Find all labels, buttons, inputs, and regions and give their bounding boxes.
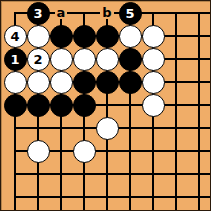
point-r1c8	[165, 2, 188, 25]
point-r4c2	[27, 71, 50, 94]
point-r4c3	[50, 71, 73, 94]
point-r2c2	[27, 25, 50, 48]
black-stone	[119, 48, 142, 71]
point-r8c4	[73, 163, 96, 186]
point-r3c9	[188, 48, 211, 71]
black-stone-move-1: 1	[4, 48, 27, 71]
point-r5c1	[4, 94, 27, 117]
point-r2c5	[96, 25, 119, 48]
black-stone	[73, 94, 96, 117]
point-r1c1	[4, 2, 27, 25]
point-r4c9	[188, 71, 211, 94]
point-r2c4	[73, 25, 96, 48]
point-r2c3	[50, 25, 73, 48]
black-stone	[50, 25, 73, 48]
white-stone	[96, 48, 119, 71]
black-stone	[96, 25, 119, 48]
point-r5c5	[96, 94, 119, 117]
point-r3c2: 2	[27, 48, 50, 71]
point-r9c6	[119, 186, 142, 209]
point-r2c8	[165, 25, 188, 48]
point-label-a: a	[55, 7, 68, 19]
point-r3c3	[50, 48, 73, 71]
point-r7c4	[73, 140, 96, 163]
point-r4c6	[119, 71, 142, 94]
white-stone	[50, 71, 73, 94]
point-r5c8	[165, 94, 188, 117]
point-r7c6	[119, 140, 142, 163]
point-r6c3	[50, 117, 73, 140]
point-r8c7	[142, 163, 165, 186]
point-r2c6	[119, 25, 142, 48]
white-stone	[27, 25, 50, 48]
white-stone	[27, 71, 50, 94]
white-stone-move-4: 4	[4, 25, 27, 48]
point-label-b: b	[100, 7, 113, 19]
point-r1c2: 3	[27, 2, 50, 25]
point-r4c5	[96, 71, 119, 94]
point-r8c9	[188, 163, 211, 186]
black-stone	[27, 94, 50, 117]
point-r7c7	[142, 140, 165, 163]
white-stone	[27, 140, 50, 163]
point-r3c8	[165, 48, 188, 71]
point-r8c1	[4, 163, 27, 186]
black-stone	[119, 71, 142, 94]
point-r6c7	[142, 117, 165, 140]
point-r2c7	[142, 25, 165, 48]
white-stone	[73, 48, 96, 71]
point-r6c8	[165, 117, 188, 140]
point-r5c9	[188, 94, 211, 117]
point-r3c7	[142, 48, 165, 71]
point-r8c8	[165, 163, 188, 186]
point-r9c1	[4, 186, 27, 209]
point-r9c5	[96, 186, 119, 209]
point-r1c7	[142, 2, 165, 25]
point-r1c3: a	[50, 2, 73, 25]
point-r9c2	[27, 186, 50, 209]
white-stone	[96, 117, 119, 140]
point-r6c6	[119, 117, 142, 140]
point-r5c6	[119, 94, 142, 117]
white-stone	[142, 71, 165, 94]
white-stone	[119, 25, 142, 48]
point-r8c2	[27, 163, 50, 186]
point-r4c1	[4, 71, 27, 94]
white-stone	[142, 94, 165, 117]
point-r6c4	[73, 117, 96, 140]
point-r4c8	[165, 71, 188, 94]
point-r7c1	[4, 140, 27, 163]
point-r6c1	[4, 117, 27, 140]
point-r5c4	[73, 94, 96, 117]
point-r3c6	[119, 48, 142, 71]
point-r5c2	[27, 94, 50, 117]
point-r1c6: 5	[119, 2, 142, 25]
point-r7c2	[27, 140, 50, 163]
white-stone-move-2: 2	[27, 48, 50, 71]
point-r4c7	[142, 71, 165, 94]
point-r9c8	[165, 186, 188, 209]
point-r5c7	[142, 94, 165, 117]
point-r9c9	[188, 186, 211, 209]
white-stone	[142, 48, 165, 71]
point-r1c5: b	[96, 2, 119, 25]
point-r6c9	[188, 117, 211, 140]
point-r9c3	[50, 186, 73, 209]
white-stone	[73, 140, 96, 163]
point-r8c3	[50, 163, 73, 186]
point-r9c7	[142, 186, 165, 209]
point-r7c5	[96, 140, 119, 163]
black-stone	[96, 71, 119, 94]
point-r3c1: 1	[4, 48, 27, 71]
point-r2c9	[188, 25, 211, 48]
go-board-diagram: 3ab5412	[0, 0, 211, 211]
point-r5c3	[50, 94, 73, 117]
board-grid: 3ab5412	[4, 2, 211, 209]
point-r2c1: 4	[4, 25, 27, 48]
black-stone	[73, 25, 96, 48]
black-stone	[50, 94, 73, 117]
white-stone	[142, 25, 165, 48]
white-stone	[4, 71, 27, 94]
point-r3c4	[73, 48, 96, 71]
point-r9c4	[73, 186, 96, 209]
point-r1c9	[188, 2, 211, 25]
point-r8c6	[119, 163, 142, 186]
black-stone-move-3: 3	[27, 2, 50, 25]
black-stone-move-5: 5	[119, 2, 142, 25]
point-r3c5	[96, 48, 119, 71]
black-stone	[73, 71, 96, 94]
point-r6c5	[96, 117, 119, 140]
point-r8c5	[96, 163, 119, 186]
point-r7c9	[188, 140, 211, 163]
point-r7c8	[165, 140, 188, 163]
black-stone	[4, 94, 27, 117]
white-stone	[50, 48, 73, 71]
point-r1c4	[73, 2, 96, 25]
point-r7c3	[50, 140, 73, 163]
point-r4c4	[73, 71, 96, 94]
point-r6c2	[27, 117, 50, 140]
